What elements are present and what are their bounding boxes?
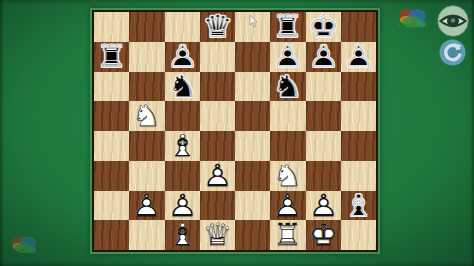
square-c4[interactable]: ♝♗: [165, 131, 200, 161]
square-f4[interactable]: [270, 131, 305, 161]
chess-board[interactable]: ♛♕♜♖♚♔♜♖♟♙♟♙♟♙♟♙♞♘♞♘♞♘♝♗♟♙♞♘♟♙♟♙♟♙♟♙♝♗♝♗…: [94, 12, 376, 250]
square-e4[interactable]: [235, 131, 270, 161]
black-pawn-piece[interactable]: ♟♙: [270, 42, 305, 72]
black-king-piece[interactable]: ♚♔: [306, 12, 341, 42]
square-f7[interactable]: ♟♙: [270, 42, 305, 72]
white-knight-piece[interactable]: ♞♘: [270, 161, 305, 191]
black-queen-piece[interactable]: ♛♕: [200, 12, 235, 42]
square-e5[interactable]: [235, 101, 270, 131]
square-g4[interactable]: [306, 131, 341, 161]
square-b1[interactable]: [129, 220, 164, 250]
square-a4[interactable]: [94, 131, 129, 161]
square-h4[interactable]: [341, 131, 376, 161]
square-g8[interactable]: ♚♔: [306, 12, 341, 42]
eye-button[interactable]: [437, 5, 469, 37]
square-c1[interactable]: ♝♗: [165, 220, 200, 250]
board-border: ♛♕♜♖♚♔♜♖♟♙♟♙♟♙♟♙♞♘♞♘♞♘♝♗♟♙♞♘♟♙♟♙♟♙♟♙♝♗♝♗…: [92, 10, 378, 252]
white-pawn-piece[interactable]: ♟♙: [200, 161, 235, 191]
mouse-cursor-icon: [249, 13, 258, 26]
square-h7[interactable]: ♟♙: [341, 42, 376, 72]
white-bishop-piece[interactable]: ♝♗: [165, 220, 200, 250]
square-a7[interactable]: ♜♖: [94, 42, 129, 72]
square-b5[interactable]: ♞♘: [129, 101, 164, 131]
square-f5[interactable]: [270, 101, 305, 131]
square-d3[interactable]: ♟♙: [200, 161, 235, 191]
black-knight-piece[interactable]: ♞♘: [270, 72, 305, 102]
square-g3[interactable]: [306, 161, 341, 191]
white-rook-piece[interactable]: ♜♖: [270, 220, 305, 250]
square-h6[interactable]: [341, 72, 376, 102]
square-b4[interactable]: [129, 131, 164, 161]
white-pawn-piece[interactable]: ♟♙: [129, 191, 164, 221]
brain-logo-icon: [396, 7, 428, 31]
square-c8[interactable]: [165, 12, 200, 42]
square-f6[interactable]: ♞♘: [270, 72, 305, 102]
square-d4[interactable]: [200, 131, 235, 161]
square-f1[interactable]: ♜♖: [270, 220, 305, 250]
square-g6[interactable]: [306, 72, 341, 102]
square-d7[interactable]: [200, 42, 235, 72]
black-bishop-piece[interactable]: ♝♗: [341, 191, 376, 221]
square-c7[interactable]: ♟♙: [165, 42, 200, 72]
black-pawn-piece[interactable]: ♟♙: [341, 42, 376, 72]
square-a8[interactable]: [94, 12, 129, 42]
white-bishop-piece[interactable]: ♝♗: [165, 131, 200, 161]
square-d6[interactable]: [200, 72, 235, 102]
square-d1[interactable]: ♛♕: [200, 220, 235, 250]
square-e6[interactable]: [235, 72, 270, 102]
black-rook-piece[interactable]: ♜♖: [270, 12, 305, 42]
undo-button[interactable]: [439, 39, 466, 66]
square-b8[interactable]: [129, 12, 164, 42]
square-g7[interactable]: ♟♙: [306, 42, 341, 72]
square-a2[interactable]: [94, 191, 129, 221]
square-g5[interactable]: [306, 101, 341, 131]
square-b7[interactable]: [129, 42, 164, 72]
square-a5[interactable]: [94, 101, 129, 131]
square-e1[interactable]: [235, 220, 270, 250]
white-king-piece[interactable]: ♚♔: [306, 220, 341, 250]
black-knight-piece[interactable]: ♞♘: [165, 72, 200, 102]
square-f8[interactable]: ♜♖: [270, 12, 305, 42]
board-frame: ♛♕♜♖♚♔♜♖♟♙♟♙♟♙♟♙♞♘♞♘♞♘♝♗♟♙♞♘♟♙♟♙♟♙♟♙♝♗♝♗…: [90, 8, 380, 254]
square-b3[interactable]: [129, 161, 164, 191]
square-h8[interactable]: [341, 12, 376, 42]
square-c5[interactable]: [165, 101, 200, 131]
square-h1[interactable]: [341, 220, 376, 250]
square-b2[interactable]: ♟♙: [129, 191, 164, 221]
square-a3[interactable]: [94, 161, 129, 191]
square-e3[interactable]: [235, 161, 270, 191]
black-rook-piece[interactable]: ♜♖: [94, 42, 129, 72]
brain-logo-icon: [9, 234, 38, 257]
square-h2[interactable]: ♝♗: [341, 191, 376, 221]
square-f3[interactable]: ♞♘: [270, 161, 305, 191]
square-e7[interactable]: [235, 42, 270, 72]
square-g1[interactable]: ♚♔: [306, 220, 341, 250]
white-queen-piece[interactable]: ♛♕: [200, 220, 235, 250]
black-pawn-piece[interactable]: ♟♙: [306, 42, 341, 72]
square-a6[interactable]: [94, 72, 129, 102]
square-d8[interactable]: ♛♕: [200, 12, 235, 42]
white-knight-piece[interactable]: ♞♘: [129, 101, 164, 131]
square-d5[interactable]: [200, 101, 235, 131]
square-h5[interactable]: [341, 101, 376, 131]
square-a1[interactable]: [94, 220, 129, 250]
square-h3[interactable]: [341, 161, 376, 191]
square-c6[interactable]: ♞♘: [165, 72, 200, 102]
square-c3[interactable]: [165, 161, 200, 191]
square-e2[interactable]: [235, 191, 270, 221]
black-pawn-piece[interactable]: ♟♙: [165, 42, 200, 72]
